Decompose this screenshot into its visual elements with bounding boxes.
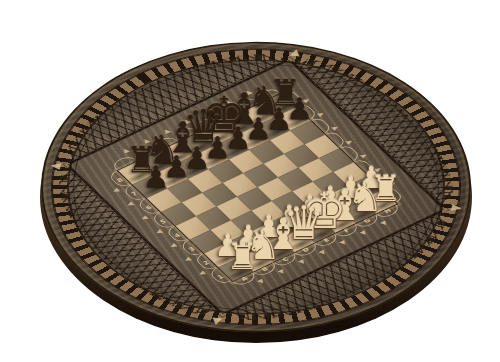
- round-board: A8B7C6D5E4F3G2H1▼◀▲▶▼◀▲▶▼◀▲▶▼◀▲▶▼◀▲▶▼◀▲▶…: [0, 0, 500, 362]
- corner-leaf-icon: ▼: [209, 315, 225, 326]
- chess-set-photo: A8B7C6D5E4F3G2H1▼◀▲▶▼◀▲▶▼◀▲▶▼◀▲▶▼◀▲▶▼◀▲▶…: [0, 0, 500, 362]
- corner-leaf-icon: ▼: [287, 48, 303, 59]
- white-rook-piece[interactable]: ♜: [212, 239, 272, 275]
- corner-leaf-icon: ▼: [48, 161, 64, 172]
- corner-leaf-icon: ▼: [448, 202, 464, 213]
- board-field: A8B7C6D5E4F3G2H1▼◀▲▶▼◀▲▶▼◀▲▶▼◀▲▶▼◀▲▶▼◀▲▶…: [0, 9, 500, 362]
- chess-grid: ♜♞♝♛♚♝♞♜♟♟♟♟♟♟♟♟♟♟♟♟♟♟♟♟♜♞♝♛♚♝♞♜: [117, 92, 398, 282]
